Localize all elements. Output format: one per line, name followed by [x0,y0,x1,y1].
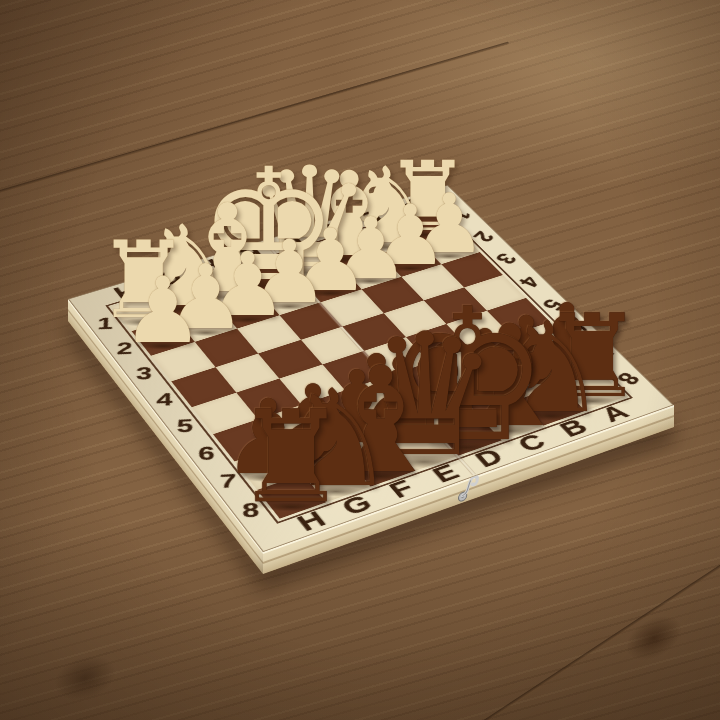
piece-white-pawn-h2[interactable]: ♟ [122,265,204,356]
photo-scene: 11HH22GG33FF44EE55DD66CC77BB88AA ♜♞♝♚♛♝♞… [0,0,720,720]
rank-label: 6 [198,442,215,465]
rank-label: 3 [136,363,152,384]
rank-label: 5 [177,415,193,437]
rank-label: 4 [156,389,172,410]
piece-black-rook-h8[interactable]: ♜ [234,394,348,521]
